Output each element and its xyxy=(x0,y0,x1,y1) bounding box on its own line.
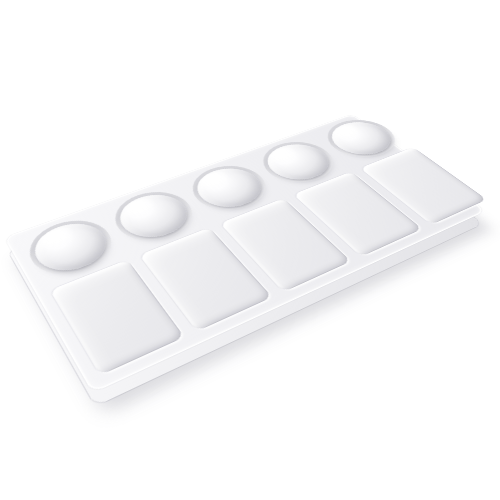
round-well-1 xyxy=(19,211,124,284)
palette-tray xyxy=(4,114,485,393)
round-well-dome xyxy=(320,116,402,160)
rect-well-2 xyxy=(139,227,272,331)
palette-scene xyxy=(35,114,465,334)
round-well-dome xyxy=(256,138,340,186)
round-well-dome xyxy=(109,187,198,245)
wells-grid xyxy=(18,119,468,375)
round-well-2 xyxy=(103,184,205,250)
photo-background: Product photo of a rectangular white pla… xyxy=(0,0,500,500)
round-well-dome xyxy=(25,216,117,280)
